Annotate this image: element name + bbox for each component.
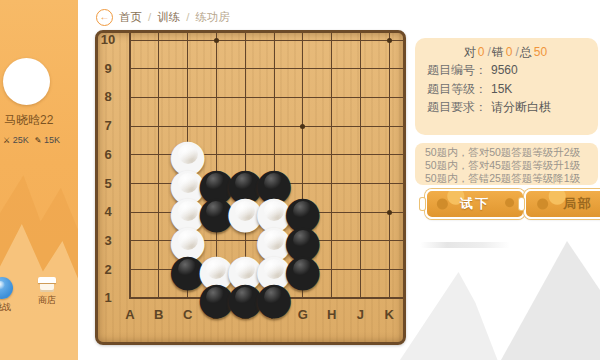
local-view-button[interactable]: 局部 <box>524 189 600 219</box>
rule-line: 50题内，答对50题答题等级升2级 <box>415 146 598 159</box>
col-label-b: B <box>150 308 168 322</box>
sidebar-item-shop[interactable]: 商店 <box>36 277 58 307</box>
problem-goal-label: 题目要求： <box>427 100 487 114</box>
score-separator: / <box>516 45 519 59</box>
avatar[interactable] <box>3 58 50 105</box>
score-correct-value: 0 <box>478 45 485 59</box>
breadcrumb-home[interactable]: 首页 <box>119 10 142 25</box>
grid-line-horizontal <box>130 40 403 41</box>
cloud-art <box>420 242 510 248</box>
breadcrumb-separator: / <box>148 11 151 23</box>
star-point-k10 <box>387 38 392 43</box>
problem-info-panel: 对0/错0/总50 题目编号：9560 题目等级：15K 题目要求：请分断白棋 <box>415 38 598 135</box>
score-total-value: 50 <box>534 45 547 59</box>
col-label-a: A <box>121 308 139 322</box>
mountain-art <box>490 220 600 360</box>
go-board[interactable]: 10987654321ABCDEFGHJK●●●●●●●●●●●●●●●●●●●… <box>95 30 406 345</box>
score-correct-label: 对 <box>464 45 476 59</box>
row-label-3: 3 <box>99 234 117 248</box>
row-label-8: 8 <box>99 90 117 104</box>
sidebar: 马晓晗22 ⚔ 25K ✎ 15K 挑战 商店 <box>0 0 78 360</box>
col-label-k: K <box>380 308 398 322</box>
grid-line-horizontal <box>130 126 403 127</box>
row-label-7: 7 <box>99 119 117 133</box>
row-label-9: 9 <box>99 62 117 76</box>
col-label-g: G <box>294 308 312 322</box>
breadcrumb-training[interactable]: 训练 <box>157 10 180 25</box>
row-label-2: 2 <box>99 263 117 277</box>
shop-icon <box>38 277 56 292</box>
breadcrumb: ← 首页 / 训练 / 练功房 <box>96 8 230 26</box>
breadcrumb-practice-room: 练功房 <box>195 10 230 25</box>
col-label-j: J <box>351 308 369 322</box>
score-wrong-label: 错 <box>492 45 504 59</box>
sidebar-item-challenge[interactable]: 挑战 <box>0 277 14 314</box>
problem-goal-value: 请分断白棋 <box>491 100 551 114</box>
row-label-4: 4 <box>99 205 117 219</box>
row-label-5: 5 <box>99 177 117 191</box>
problem-id-value: 9560 <box>491 63 518 77</box>
challenge-label: 挑战 <box>0 301 14 314</box>
rule-line: 50题内，答对45题答题等级升1级 <box>415 159 598 172</box>
user-stats: ⚔ 25K ✎ 15K <box>3 133 77 147</box>
training-rank-value: 15K <box>44 135 60 145</box>
try-move-button-label: 试下 <box>460 195 490 213</box>
swords-icon: ⚔ <box>3 136 10 145</box>
back-button[interactable]: ← <box>96 9 113 26</box>
score-separator: / <box>487 45 490 59</box>
problem-level-row: 题目等级：15K <box>415 80 598 99</box>
problem-level-label: 题目等级： <box>427 82 487 96</box>
grid-line-vertical <box>331 33 332 299</box>
mountain-art <box>400 250 530 360</box>
row-label-1: 1 <box>99 291 117 305</box>
star-point-d10 <box>214 38 219 43</box>
row-label-10: 10 <box>99 33 117 47</box>
breadcrumb-separator: / <box>186 11 189 23</box>
problem-goal-row: 题目要求：请分断白棋 <box>415 98 598 117</box>
grid-line-vertical <box>129 33 131 299</box>
ranking-rules-panel: 50题内，答对50题答题等级升2级 50题内，答对45题答题等级升1级 50题内… <box>415 143 598 185</box>
grid-line-vertical <box>389 33 390 299</box>
col-label-h: H <box>323 308 341 322</box>
local-view-button-label: 局部 <box>563 195 593 213</box>
background-mountain-art <box>400 220 600 360</box>
grid-line-horizontal <box>130 68 403 69</box>
battle-orb-icon <box>0 277 13 299</box>
grid-line-vertical <box>360 33 361 299</box>
score-wrong-value: 0 <box>506 45 513 59</box>
star-point-g7 <box>300 124 305 129</box>
stone-black-f1: ● <box>260 284 288 312</box>
shop-label: 商店 <box>36 294 58 307</box>
col-label-c: C <box>179 308 197 322</box>
grid-line-vertical <box>158 33 159 299</box>
pencil-icon: ✎ <box>35 136 42 145</box>
battle-rank-value: 25K <box>13 135 29 145</box>
try-move-button[interactable]: 试下 <box>425 189 525 219</box>
score-line: 对0/错0/总50 <box>415 44 598 61</box>
score-total-label: 总 <box>520 45 532 59</box>
row-label-6: 6 <box>99 148 117 162</box>
grid-line-horizontal <box>130 97 403 98</box>
star-point-k4 <box>387 210 392 215</box>
username: 马晓晗22 <box>4 112 74 129</box>
problem-id-row: 题目编号：9560 <box>415 61 598 80</box>
problem-id-label: 题目编号： <box>427 63 487 77</box>
problem-level-value: 15K <box>491 82 512 96</box>
rule-line: 50题内，答错25题答题等级降1级 <box>415 172 598 185</box>
